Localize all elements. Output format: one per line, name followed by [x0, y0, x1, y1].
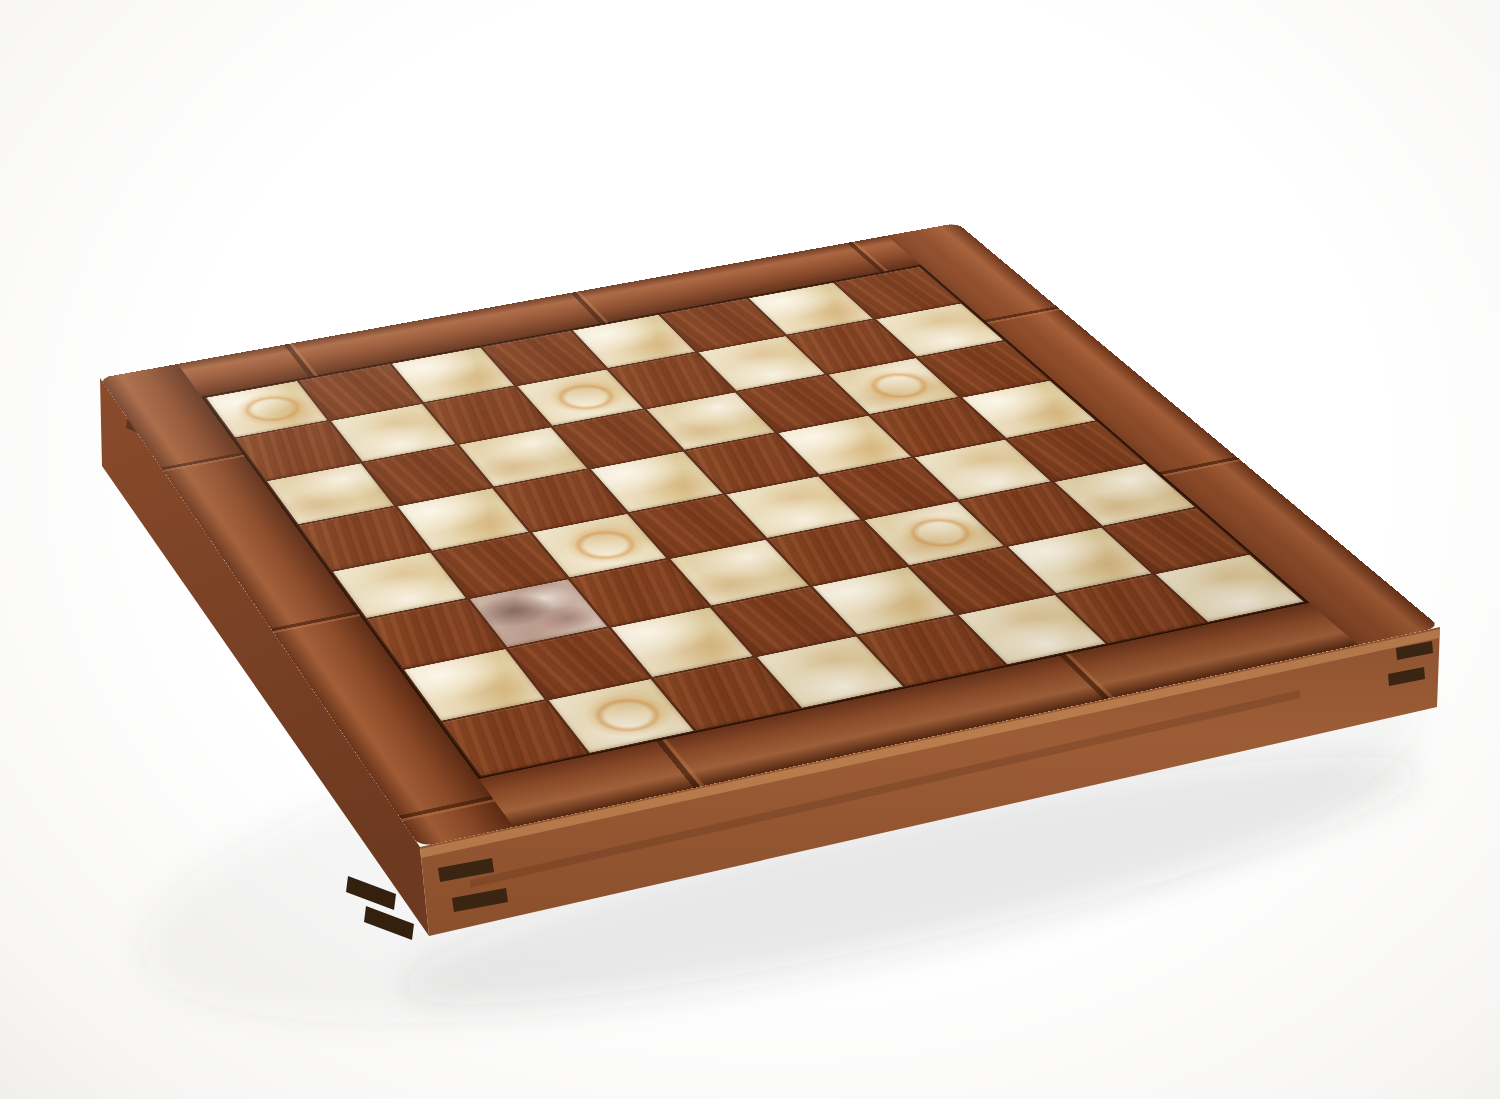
photo-scene — [0, 0, 1500, 1099]
